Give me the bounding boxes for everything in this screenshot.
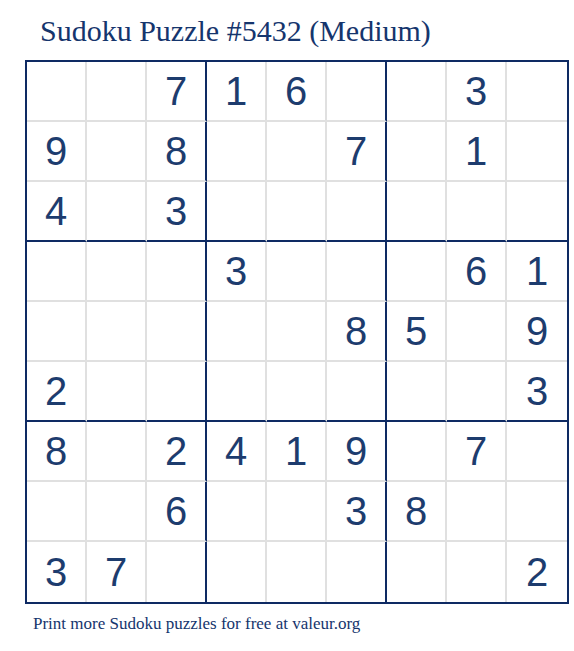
cell-r1c9 [507,62,567,122]
cell-r5c6: 8 [327,302,387,362]
cell-r9c1: 3 [27,542,87,602]
cell-r7c8: 7 [447,422,507,482]
cell-r6c7 [387,362,447,422]
cell-r1c8: 3 [447,62,507,122]
cell-r8c4 [207,482,267,542]
cell-r7c2 [87,422,147,482]
cell-r3c8 [447,182,507,242]
cell-r8c8 [447,482,507,542]
cell-r4c1 [27,242,87,302]
cell-r4c8: 6 [447,242,507,302]
cell-r1c7 [387,62,447,122]
cell-r7c9 [507,422,567,482]
cell-r2c6: 7 [327,122,387,182]
cell-r2c7 [387,122,447,182]
cell-r3c1: 4 [27,182,87,242]
cell-r7c7 [387,422,447,482]
cell-r5c3 [147,302,207,362]
cell-r2c8: 1 [447,122,507,182]
cell-r1c1 [27,62,87,122]
cell-r5c9: 9 [507,302,567,362]
cell-r8c1 [27,482,87,542]
cell-r9c8 [447,542,507,602]
cell-r4c5 [267,242,327,302]
cell-r9c3 [147,542,207,602]
cell-r5c1 [27,302,87,362]
cell-r8c3: 6 [147,482,207,542]
cell-r6c2 [87,362,147,422]
cell-r6c1: 2 [27,362,87,422]
cell-r9c7 [387,542,447,602]
cell-r6c6 [327,362,387,422]
cell-r7c5: 1 [267,422,327,482]
cell-r5c4 [207,302,267,362]
page-title: Sudoku Puzzle #5432 (Medium) [40,14,431,48]
cell-r7c4: 4 [207,422,267,482]
cell-r6c9: 3 [507,362,567,422]
cell-r5c2 [87,302,147,362]
cell-r3c7 [387,182,447,242]
cell-r2c5 [267,122,327,182]
cell-r5c8 [447,302,507,362]
cell-r2c2 [87,122,147,182]
cell-r4c3 [147,242,207,302]
cell-r2c4 [207,122,267,182]
cell-r3c5 [267,182,327,242]
cell-r3c4 [207,182,267,242]
cell-r2c3: 8 [147,122,207,182]
cell-r1c4: 1 [207,62,267,122]
cell-r9c2: 7 [87,542,147,602]
cell-r1c3: 7 [147,62,207,122]
cell-r4c7 [387,242,447,302]
cell-r8c5 [267,482,327,542]
cell-r6c3 [147,362,207,422]
cell-r2c9 [507,122,567,182]
cell-r8c6: 3 [327,482,387,542]
cell-r1c2 [87,62,147,122]
cell-r5c7: 5 [387,302,447,362]
cell-r9c6 [327,542,387,602]
cell-r9c4 [207,542,267,602]
cell-r7c3: 2 [147,422,207,482]
sudoku-board: 716398714336185923824197638372 [25,60,569,604]
cell-r8c7: 8 [387,482,447,542]
cell-r7c1: 8 [27,422,87,482]
cell-r1c5: 6 [267,62,327,122]
cell-r2c1: 9 [27,122,87,182]
cell-r6c8 [447,362,507,422]
cell-r3c9 [507,182,567,242]
cell-r3c6 [327,182,387,242]
cell-r3c2 [87,182,147,242]
cell-r4c9: 1 [507,242,567,302]
cell-r9c9: 2 [507,542,567,602]
cell-r7c6: 9 [327,422,387,482]
cell-r1c6 [327,62,387,122]
cell-r4c4: 3 [207,242,267,302]
cell-r6c4 [207,362,267,422]
cell-r6c5 [267,362,327,422]
cell-r9c5 [267,542,327,602]
cell-r4c6 [327,242,387,302]
cell-r5c5 [267,302,327,362]
cell-r4c2 [87,242,147,302]
cell-r8c9 [507,482,567,542]
footer-credit: Print more Sudoku puzzles for free at va… [33,613,360,635]
cell-r8c2 [87,482,147,542]
cell-r3c3: 3 [147,182,207,242]
